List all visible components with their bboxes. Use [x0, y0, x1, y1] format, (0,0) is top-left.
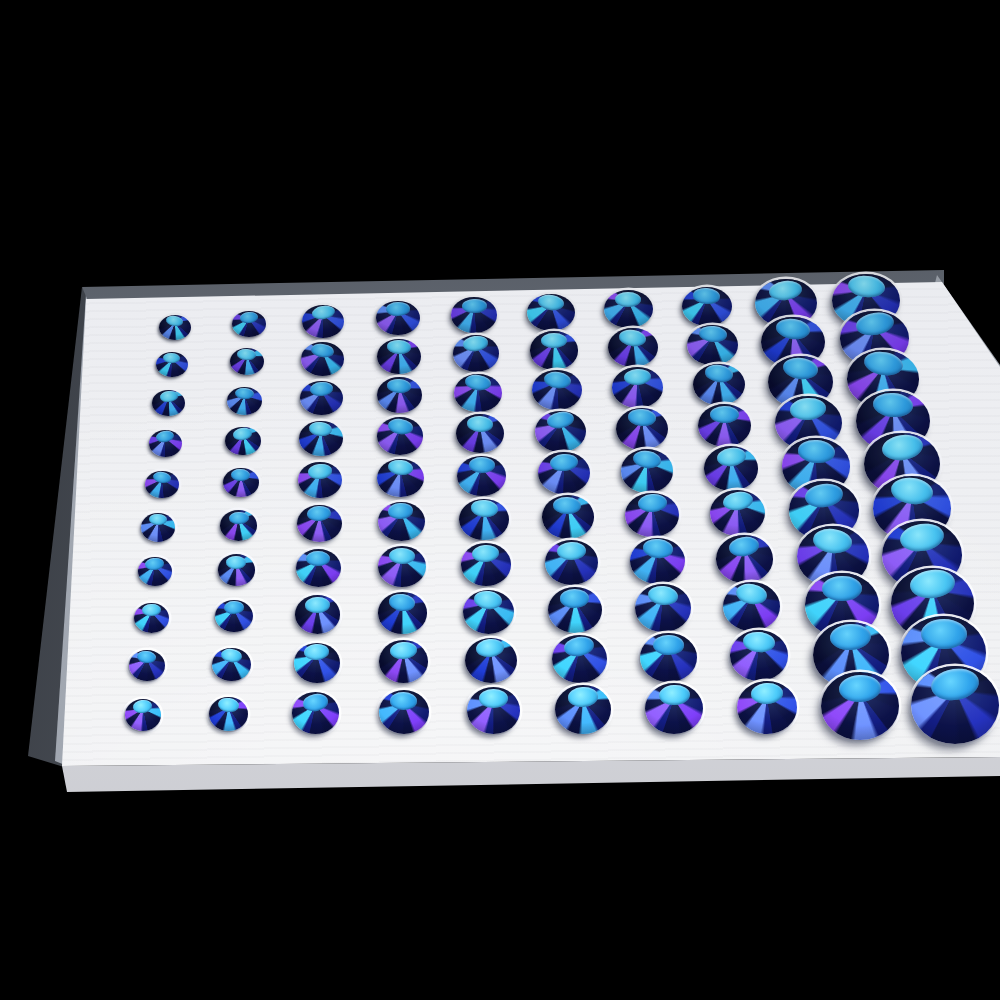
rhinestone [555, 685, 611, 734]
rhinestone [552, 635, 607, 683]
rhinestone [292, 692, 339, 733]
gem-table-facet [703, 363, 733, 384]
rhinestone-grid [0, 0, 1000, 1000]
rhinestone [134, 603, 169, 633]
gem-table-facet [239, 311, 258, 323]
gem-table-facet [797, 439, 836, 465]
rhinestone [379, 640, 428, 683]
gem-table-facet [388, 592, 416, 612]
rhinestone [612, 367, 663, 408]
gem-table-facet [386, 339, 411, 354]
rhinestone [548, 587, 602, 633]
gem-table-facet [463, 335, 490, 353]
gem-table-facet [775, 316, 812, 341]
gem-table-facet [156, 429, 175, 443]
gem-table-facet [462, 298, 487, 313]
gem-table-facet [632, 449, 663, 470]
rhinestone [295, 595, 341, 634]
gem-table-facet [735, 581, 769, 606]
gem-table-facet [541, 333, 567, 349]
gem-table-facet [218, 697, 241, 713]
gem-table-facet [812, 527, 854, 556]
gem-table-facet [388, 503, 414, 520]
gem-table-facet [830, 623, 872, 652]
rhinestone [377, 417, 423, 454]
gem-table-facet [722, 490, 754, 513]
gem-table-facet [782, 356, 820, 381]
gem-table-facet [804, 481, 845, 509]
rhinestone [220, 510, 257, 541]
rhinestone [223, 468, 259, 498]
rhinestone [302, 305, 344, 338]
gem-table-facet [310, 381, 334, 397]
rhinestone [232, 311, 266, 338]
rhinestone [645, 683, 703, 734]
gem-table-facet [698, 325, 727, 343]
rhinestone [542, 495, 594, 539]
gem-table-facet [149, 514, 168, 526]
gem-table-facet [880, 432, 924, 463]
rhinestone [704, 446, 758, 491]
gem-table-facet [302, 692, 330, 713]
rhinestone [693, 364, 745, 406]
rhinestone [125, 699, 161, 731]
rhinestone [212, 648, 250, 681]
rhinestone [209, 697, 248, 731]
gem-table-facet [854, 310, 895, 338]
rhinestone [454, 374, 501, 412]
rhinestone [821, 672, 899, 741]
rhinestone [230, 348, 265, 375]
gem-table-facet [310, 342, 335, 359]
gem-table-facet [647, 585, 679, 607]
rhinestone [532, 370, 582, 410]
gem-table-facet [309, 421, 334, 437]
rhinestone [640, 633, 697, 682]
rhinestone [141, 513, 175, 542]
gem-table-facet [567, 686, 599, 708]
gem-table-facet [862, 349, 904, 378]
gem-table-facet [553, 497, 581, 515]
gem-table-facet [658, 684, 690, 706]
gem-table-facet [464, 374, 491, 393]
gem-table-facet [152, 471, 172, 485]
gem-table-facet [235, 387, 255, 400]
gem-table-facet [839, 674, 882, 703]
rhinestone [215, 600, 253, 632]
product-photo [0, 0, 1000, 1000]
gem-table-facet [847, 274, 886, 299]
rhinestone [723, 582, 781, 631]
rhinestone [453, 335, 500, 372]
gem-table-facet [479, 689, 508, 708]
rhinestone [730, 630, 789, 681]
gem-table-facet [237, 349, 256, 361]
rhinestone [538, 452, 589, 494]
rhinestone [145, 471, 179, 499]
gem-table-facet [389, 548, 415, 564]
rhinestone [621, 449, 674, 492]
gem-table-facet [549, 453, 578, 472]
gem-table-facet [560, 588, 589, 607]
gem-table-facet [557, 541, 586, 560]
gem-table-facet [305, 596, 330, 613]
rhinestone [378, 592, 427, 634]
rhinestone [461, 543, 511, 586]
gem-table-facet [390, 691, 417, 709]
rhinestone [377, 377, 422, 413]
rhinestone [545, 540, 598, 585]
gem-table-facet [728, 535, 761, 559]
gem-table-facet [304, 643, 330, 661]
gem-table-facet [618, 328, 647, 347]
rhinestone [225, 427, 261, 456]
rhinestone [156, 352, 188, 378]
rhinestone [159, 315, 191, 340]
gem-table-facet [929, 666, 981, 704]
rhinestone [298, 462, 342, 498]
gem-table-facet [537, 293, 565, 311]
gem-table-facet [466, 415, 493, 432]
rhinestone [457, 456, 506, 496]
rhinestone [716, 535, 772, 583]
gem-table-facet [306, 551, 330, 566]
gem-table-facet [472, 544, 500, 563]
rhinestone [527, 294, 575, 331]
rhinestone [737, 681, 797, 734]
gem-table-facet [642, 538, 673, 559]
gem-table-facet [750, 682, 784, 705]
gem-table-facet [715, 446, 746, 467]
rhinestone [530, 331, 579, 370]
rhinestone [300, 381, 343, 416]
gem-table-facet [387, 417, 414, 435]
gem-table-facet [220, 648, 242, 664]
rhinestone [698, 404, 751, 447]
rhinestone [535, 411, 585, 452]
gem-table-facet [228, 511, 248, 524]
rhinestone [682, 287, 732, 326]
gem-table-facet [232, 426, 253, 440]
rhinestone [625, 493, 679, 538]
gem-table-facet [386, 302, 410, 316]
rhinestone [129, 650, 165, 681]
rhinestone [630, 538, 685, 584]
gem-table-facet [469, 457, 496, 473]
gem-table-facet [898, 520, 945, 554]
rhinestone [149, 430, 182, 457]
rhinestone [378, 546, 426, 587]
gem-table-facet [872, 391, 914, 418]
gem-table-facet [137, 650, 157, 664]
rhinestone [299, 421, 343, 456]
rhinestone [377, 339, 422, 374]
gem-table-facet [789, 397, 827, 422]
rhinestone [459, 499, 509, 541]
gem-table-facet [821, 575, 861, 601]
rhinestone [456, 414, 504, 453]
rhinestone [608, 328, 658, 367]
gem-table-facet [615, 292, 642, 308]
rhinestone [296, 549, 341, 587]
gem-table-facet [387, 459, 414, 477]
gem-table-facet [563, 634, 595, 658]
rhinestone [604, 290, 653, 328]
rhinestone [376, 301, 420, 335]
gem-table-facet [627, 408, 656, 427]
gem-table-facet [543, 370, 572, 389]
rhinestone [463, 590, 514, 634]
rhinestone [297, 505, 342, 542]
gem-table-facet [307, 506, 332, 522]
rhinestone [138, 557, 173, 586]
gem-table-facet [473, 590, 502, 611]
gem-table-facet [307, 462, 332, 479]
rhinestone [710, 490, 765, 536]
gem-table-facet [159, 390, 178, 403]
rhinestone [467, 687, 520, 734]
rhinestone [152, 390, 185, 416]
rhinestone [465, 638, 517, 683]
gem-table-facet [637, 493, 667, 513]
rhinestone [687, 325, 738, 365]
rhinestone [378, 502, 425, 541]
rhinestone [616, 408, 668, 450]
gem-table-facet [166, 314, 185, 327]
rhinestone [301, 342, 344, 376]
gem-table-facet [546, 410, 576, 431]
rhinestone [911, 666, 999, 743]
gem-table-facet [693, 287, 721, 305]
gem-table-facet [623, 368, 651, 386]
gem-table-facet [223, 601, 244, 615]
rhinestone [379, 690, 429, 734]
gem-table-facet [141, 604, 160, 617]
gem-table-facet [389, 641, 417, 660]
rhinestone [294, 643, 340, 683]
gem-table-facet [231, 468, 251, 481]
rhinestone [227, 387, 262, 415]
gem-table-facet [768, 279, 804, 302]
rhinestone [377, 459, 423, 497]
gem-table-facet [710, 406, 739, 423]
rhinestone [451, 297, 497, 333]
gem-table-facet [133, 699, 154, 714]
gem-table-facet [163, 352, 181, 363]
gem-table-facet [387, 378, 412, 394]
gem-table-facet [920, 619, 966, 649]
gem-table-facet [653, 634, 684, 654]
gem-table-facet [311, 304, 335, 320]
gem-table-facet [742, 631, 776, 654]
gem-table-facet [145, 557, 165, 571]
gem-table-facet [226, 556, 246, 569]
rhinestone [218, 554, 255, 586]
gem-table-facet [909, 568, 957, 601]
gem-table-facet [476, 638, 506, 659]
rhinestone [635, 584, 691, 632]
gem-table-facet [470, 499, 498, 518]
gem-table-facet [889, 476, 934, 507]
